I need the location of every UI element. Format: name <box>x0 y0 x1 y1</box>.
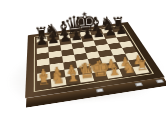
piece-black-pawn: ♟ <box>47 31 61 46</box>
square-a1: ♜ <box>37 79 52 89</box>
piece-white-knight: ♞ <box>121 60 136 77</box>
piece-white-rook: ♜ <box>135 59 148 74</box>
piece-white-bishop: ♝ <box>64 67 80 85</box>
square-c7: ♟ <box>59 38 71 45</box>
piece-black-pawn: ♟ <box>58 30 72 45</box>
piece-white-knight: ♞ <box>51 70 66 87</box>
square-a7: ♟ <box>37 41 49 48</box>
board-grid: ♜♞♝♛♚♝♞♜♟♟♟♟♟♟♟♟♟♟♟♟♟♟♟♟♜♞♝♛♚♝♞♜ <box>37 26 150 89</box>
chess-set-photo: ♜♞♝♛♚♝♞♜♟♟♟♟♟♟♟♟♟♟♟♟♟♟♟♟♜♞♝♛♚♝♞♜ <box>0 0 166 120</box>
piece-white-rook: ♜ <box>37 74 51 89</box>
square-b1: ♞ <box>51 77 66 87</box>
square-g5 <box>107 42 121 49</box>
scene: ♜♞♝♛♚♝♞♜♟♟♟♟♟♟♟♟♟♟♟♟♟♟♟♟♜♞♝♛♚♝♞♜ <box>22 0 150 117</box>
piece-black-pawn: ♟ <box>103 24 117 39</box>
square-c1: ♝ <box>65 75 80 85</box>
board-3d-plane: ♜♞♝♛♚♝♞♜♟♟♟♟♟♟♟♟♟♟♟♟♟♟♟♟♜♞♝♛♚♝♞♜ <box>25 22 165 98</box>
square-b7: ♟ <box>48 40 60 47</box>
square-b5 <box>49 51 62 59</box>
piece-black-pawn: ♟ <box>35 33 49 48</box>
